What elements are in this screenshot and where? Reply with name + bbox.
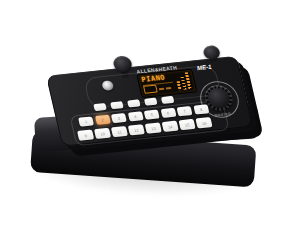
channel-key-9[interactable]: 9: [77, 129, 94, 140]
lcd-dash: [166, 87, 171, 89]
rear-knob-right[interactable]: [202, 45, 221, 60]
function-key[interactable]: [93, 103, 107, 111]
channel-key-5[interactable]: 5: [144, 110, 160, 120]
channel-key-11[interactable]: 11: [111, 126, 128, 137]
channel-key-2[interactable]: 2: [94, 115, 110, 125]
function-key[interactable]: [144, 98, 158, 106]
channel-key-3[interactable]: 3: [111, 113, 127, 123]
channel-key-1[interactable]: 1: [78, 116, 94, 126]
function-key[interactable]: [127, 99, 141, 107]
channel-key-6[interactable]: 6: [160, 108, 176, 118]
lcd-dash: [159, 88, 164, 90]
function-key[interactable]: [110, 101, 124, 109]
channel-key-12[interactable]: 12: [128, 124, 145, 135]
lcd-level-meter: [175, 72, 193, 90]
rotary-encoder[interactable]: [101, 80, 114, 91]
model-badge: ME-1: [196, 64, 212, 71]
channel-key-4[interactable]: 4: [127, 111, 143, 121]
rear-knob-left[interactable]: [112, 55, 134, 73]
knob-stem: [120, 67, 129, 79]
meter-bar: [177, 81, 182, 90]
channel-key-15[interactable]: 15: [178, 119, 195, 130]
product-photo: ALLEN&HEATH ME-1 PIANO MASTER: [0, 0, 290, 231]
channel-key-10[interactable]: 10: [94, 128, 111, 139]
lcd-selection-box: [143, 85, 158, 94]
channel-key-7[interactable]: 7: [177, 106, 193, 116]
channel-key-8[interactable]: 8: [193, 104, 209, 114]
lcd-screen: PIANO: [138, 70, 197, 97]
function-key[interactable]: [161, 96, 175, 104]
channel-key-14[interactable]: 14: [162, 121, 179, 132]
channel-key-16[interactable]: 16: [195, 117, 212, 128]
channel-key-13[interactable]: 13: [145, 122, 162, 133]
